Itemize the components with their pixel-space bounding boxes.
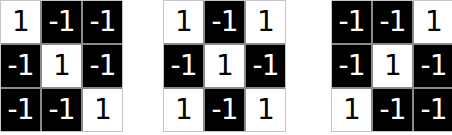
- grid-2-cell-r1c2: -1: [205, 1, 244, 43]
- grid-3-cell-r3c1: 1: [332, 89, 371, 131]
- grid-2-cell-r3c1: 1: [164, 89, 203, 131]
- grid-3-cell-r3c3: -1: [414, 89, 452, 131]
- grid-1: 1 -1 -1 -1 1 -1 -1 -1 1: [0, 0, 123, 132]
- grid-2-cell-r2c2: 1: [205, 45, 244, 87]
- grid-3-cell-r1c1: -1: [332, 1, 371, 43]
- grid-2-cell-r1c1: 1: [164, 1, 203, 43]
- grid-2-cell-r1c3: 1: [246, 1, 285, 43]
- grid-2-cell-r3c2: -1: [205, 89, 244, 131]
- grid-2-cell-r3c3: 1: [246, 89, 285, 131]
- grid-3-cell-r1c2: -1: [373, 1, 412, 43]
- grid-1-cell-r2c3: -1: [83, 45, 122, 87]
- grid-1-cell-r2c1: -1: [1, 45, 40, 87]
- grid-2-cell-r2c3: -1: [246, 45, 285, 87]
- grid-1-cell-r1c2: -1: [42, 1, 81, 43]
- grid-3-cell-r2c3: -1: [414, 45, 452, 87]
- grid-1-cell-r1c1: 1: [1, 1, 40, 43]
- grid-1-cell-r1c3: -1: [83, 1, 122, 43]
- grid-3-cell-r3c2: -1: [373, 89, 412, 131]
- grid-3-cell-r2c1: -1: [332, 45, 371, 87]
- grids-row: 1 -1 -1 -1 1 -1 -1 -1 1 1 -1 1 -1 1 -1 1…: [0, 0, 452, 132]
- grid-3: -1 -1 1 -1 1 -1 1 -1 -1: [331, 0, 452, 132]
- grid-3-cell-r2c2: 1: [373, 45, 412, 87]
- grid-3-cell-r1c3: 1: [414, 1, 452, 43]
- grid-2-cell-r2c1: -1: [164, 45, 203, 87]
- grid-1-cell-r3c1: -1: [1, 89, 40, 131]
- grid-2: 1 -1 1 -1 1 -1 1 -1 1: [163, 0, 286, 132]
- grid-1-cell-r3c2: -1: [42, 89, 81, 131]
- grid-1-cell-r3c3: 1: [83, 89, 122, 131]
- grid-1-cell-r2c2: 1: [42, 45, 81, 87]
